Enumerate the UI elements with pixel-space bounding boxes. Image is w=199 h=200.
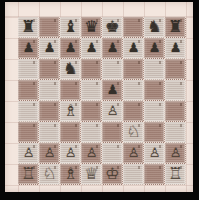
- square-c5[interactable]: [60, 80, 81, 101]
- square-c8[interactable]: ♝: [60, 17, 81, 38]
- square-d6[interactable]: [81, 59, 102, 80]
- stamp-sheet: ♜♝♛♚♞♜♟♟♟♟♟♟♟♟♞♟♗♙♘♙♙♙♙♙♙♙♖♘♗♕♔♖: [5, 2, 193, 192]
- square-g3[interactable]: [144, 122, 165, 143]
- white-pawn-d2: ♙: [81, 143, 102, 164]
- square-g8[interactable]: ♞: [144, 17, 165, 38]
- white-knight-f3: ♘: [123, 122, 144, 143]
- white-pawn-f2: ♙: [123, 143, 144, 164]
- square-f6[interactable]: [123, 59, 144, 80]
- white-pawn-h2: ♙: [165, 143, 186, 164]
- square-b4[interactable]: [39, 101, 60, 122]
- square-e4[interactable]: ♙: [102, 101, 123, 122]
- white-pawn-b2: ♙: [39, 143, 60, 164]
- square-h5[interactable]: [165, 80, 186, 101]
- square-d3[interactable]: [81, 122, 102, 143]
- square-d4[interactable]: [81, 101, 102, 122]
- white-pawn-e4: ♙: [102, 101, 123, 122]
- square-a2[interactable]: ♙: [18, 143, 39, 164]
- square-g4[interactable]: [144, 101, 165, 122]
- square-a5[interactable]: [18, 80, 39, 101]
- white-rook-a1: ♖: [18, 164, 39, 185]
- square-b3[interactable]: [39, 122, 60, 143]
- square-f1[interactable]: [123, 164, 144, 185]
- square-a4[interactable]: [18, 101, 39, 122]
- square-f5[interactable]: [123, 80, 144, 101]
- white-bishop-c4: ♗: [60, 101, 81, 122]
- black-bishop-c8: ♝: [60, 17, 81, 38]
- black-king-e8: ♚: [102, 17, 123, 38]
- square-a8[interactable]: ♜: [18, 17, 39, 38]
- square-f8[interactable]: [123, 17, 144, 38]
- square-h6[interactable]: [165, 59, 186, 80]
- chess-board: ♜♝♛♚♞♜♟♟♟♟♟♟♟♟♞♟♗♙♘♙♙♙♙♙♙♙♖♘♗♕♔♖: [18, 17, 186, 185]
- square-c3[interactable]: [60, 122, 81, 143]
- square-e2[interactable]: [102, 143, 123, 164]
- square-g7[interactable]: ♟: [144, 38, 165, 59]
- square-f7[interactable]: ♟: [123, 38, 144, 59]
- square-e7[interactable]: ♟: [102, 38, 123, 59]
- square-c4[interactable]: ♗: [60, 101, 81, 122]
- black-pawn-d7: ♟: [81, 38, 102, 59]
- square-a1[interactable]: ♖: [18, 164, 39, 185]
- black-queen-d8: ♛: [81, 17, 102, 38]
- square-f4[interactable]: [123, 101, 144, 122]
- square-d7[interactable]: ♟: [81, 38, 102, 59]
- black-knight-c6: ♞: [60, 59, 81, 80]
- white-pawn-c2: ♙: [60, 143, 81, 164]
- square-b6[interactable]: [39, 59, 60, 80]
- square-b1[interactable]: ♘: [39, 164, 60, 185]
- square-h1[interactable]: ♖: [165, 164, 186, 185]
- white-king-e1: ♔: [102, 164, 123, 185]
- square-d8[interactable]: ♛: [81, 17, 102, 38]
- white-pawn-a2: ♙: [18, 143, 39, 164]
- square-h2[interactable]: ♙: [165, 143, 186, 164]
- square-a6[interactable]: [18, 59, 39, 80]
- black-pawn-f7: ♟: [123, 38, 144, 59]
- square-e8[interactable]: ♚: [102, 17, 123, 38]
- square-e5[interactable]: ♟: [102, 80, 123, 101]
- square-h4[interactable]: [165, 101, 186, 122]
- square-b7[interactable]: ♟: [39, 38, 60, 59]
- square-b5[interactable]: [39, 80, 60, 101]
- white-queen-d1: ♕: [81, 164, 102, 185]
- black-pawn-e5: ♟: [102, 80, 123, 101]
- square-c2[interactable]: ♙: [60, 143, 81, 164]
- square-g2[interactable]: ♙: [144, 143, 165, 164]
- square-g6[interactable]: [144, 59, 165, 80]
- black-pawn-e7: ♟: [102, 38, 123, 59]
- square-g5[interactable]: [144, 80, 165, 101]
- black-pawn-g7: ♟: [144, 38, 165, 59]
- square-e6[interactable]: [102, 59, 123, 80]
- square-f2[interactable]: ♙: [123, 143, 144, 164]
- square-h7[interactable]: ♟: [165, 38, 186, 59]
- black-knight-g8: ♞: [144, 17, 165, 38]
- white-pawn-g2: ♙: [144, 143, 165, 164]
- square-f3[interactable]: ♘: [123, 122, 144, 143]
- black-pawn-a7: ♟: [18, 38, 39, 59]
- square-a7[interactable]: ♟: [18, 38, 39, 59]
- black-pawn-b7: ♟: [39, 38, 60, 59]
- square-c6[interactable]: ♞: [60, 59, 81, 80]
- square-d2[interactable]: ♙: [81, 143, 102, 164]
- white-bishop-c1: ♗: [60, 164, 81, 185]
- black-pawn-c7: ♟: [60, 38, 81, 59]
- square-h8[interactable]: ♜: [165, 17, 186, 38]
- white-rook-h1: ♖: [165, 164, 186, 185]
- white-knight-b1: ♘: [39, 164, 60, 185]
- black-pawn-h7: ♟: [165, 38, 186, 59]
- square-a3[interactable]: [18, 122, 39, 143]
- square-h3[interactable]: [165, 122, 186, 143]
- square-c1[interactable]: ♗: [60, 164, 81, 185]
- square-b8[interactable]: [39, 17, 60, 38]
- square-d1[interactable]: ♕: [81, 164, 102, 185]
- square-g1[interactable]: [144, 164, 165, 185]
- black-rook-h8: ♜: [165, 17, 186, 38]
- square-d5[interactable]: [81, 80, 102, 101]
- square-b2[interactable]: ♙: [39, 143, 60, 164]
- black-rook-a8: ♜: [18, 17, 39, 38]
- square-e1[interactable]: ♔: [102, 164, 123, 185]
- square-e3[interactable]: [102, 122, 123, 143]
- square-c7[interactable]: ♟: [60, 38, 81, 59]
